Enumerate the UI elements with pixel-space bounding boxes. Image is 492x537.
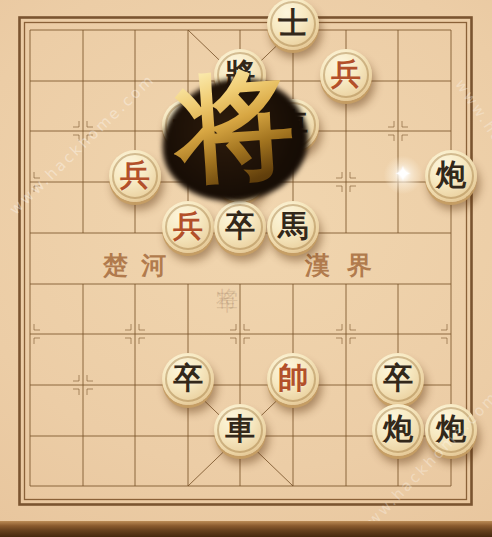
river-label-right: 漢界	[305, 249, 389, 282]
piece-red-cannon[interactable]: 炮	[214, 150, 266, 202]
piece-black-horse[interactable]: 馬	[214, 99, 266, 151]
piece-red-soldier[interactable]: 兵	[320, 49, 372, 101]
piece-character: 車	[225, 414, 255, 444]
piece-red-soldier[interactable]: 兵	[109, 150, 161, 202]
piece-character: 車	[278, 109, 308, 139]
piece-black-cannon[interactable]: 炮	[372, 404, 424, 456]
piece-character: 馬	[278, 211, 308, 241]
piece-character: 炮	[383, 414, 413, 444]
piece-black-advisor[interactable]: 士	[267, 0, 319, 50]
piece-character: 炮	[436, 160, 466, 190]
piece-character: 卒	[383, 363, 413, 393]
piece-character: 卒	[173, 363, 203, 393]
piece-character: 士	[278, 8, 308, 38]
piece-character: 炮	[436, 414, 466, 444]
piece-red-soldier[interactable]: 兵	[162, 201, 214, 253]
piece-black-soldier[interactable]: 卒	[162, 353, 214, 405]
piece-black-advisor[interactable]: 士	[162, 99, 214, 151]
river-label-left: 楚河	[103, 249, 179, 282]
piece-black-soldier[interactable]: 卒	[372, 353, 424, 405]
bottom-bar	[0, 521, 492, 537]
piece-black-chariot[interactable]: 車	[267, 99, 319, 151]
piece-character: 炮	[225, 160, 255, 190]
piece-character: 將	[225, 59, 255, 89]
piece-red-general[interactable]: 帥	[267, 353, 319, 405]
piece-character: 兵	[173, 211, 203, 241]
piece-character: 馬	[225, 109, 255, 139]
piece-black-cannon[interactable]: 炮	[425, 150, 477, 202]
piece-black-general[interactable]: 將	[214, 49, 266, 101]
piece-character: 兵	[331, 59, 361, 89]
piece-character: 帥	[278, 363, 308, 393]
piece-black-chariot[interactable]: 車	[214, 404, 266, 456]
piece-black-cannon[interactable]: 炮	[425, 404, 477, 456]
piece-character: 兵	[120, 160, 150, 190]
piece-character: 卒	[225, 211, 255, 241]
piece-black-soldier[interactable]: 卒	[214, 201, 266, 253]
piece-character: 士	[173, 109, 203, 139]
xiangqi-board-screen: 楚河 漢界 士將兵士馬車兵炮炮兵卒馬卒帥卒車炮炮 将 www.hackhome.…	[0, 0, 492, 537]
piece-black-horse[interactable]: 馬	[267, 201, 319, 253]
